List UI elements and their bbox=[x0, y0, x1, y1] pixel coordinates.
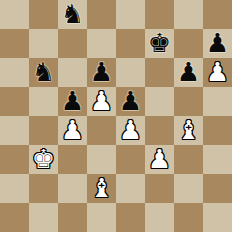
square-g5[interactable] bbox=[174, 87, 203, 116]
square-b8[interactable] bbox=[29, 0, 58, 29]
square-e3[interactable] bbox=[116, 145, 145, 174]
square-g7[interactable] bbox=[174, 29, 203, 58]
square-h5[interactable] bbox=[203, 87, 232, 116]
square-c2[interactable] bbox=[58, 174, 87, 203]
square-f1[interactable] bbox=[145, 203, 174, 232]
piece-white-bishop[interactable]: ♝ bbox=[90, 174, 113, 203]
square-d4[interactable] bbox=[87, 116, 116, 145]
square-h1[interactable] bbox=[203, 203, 232, 232]
square-f7[interactable]: ♚ bbox=[145, 29, 174, 58]
piece-white-pawn[interactable]: ♟ bbox=[119, 116, 142, 145]
square-h7[interactable]: ♟ bbox=[203, 29, 232, 58]
square-c5[interactable]: ♟ bbox=[58, 87, 87, 116]
square-e6[interactable] bbox=[116, 58, 145, 87]
square-b6[interactable]: ♞ bbox=[29, 58, 58, 87]
piece-black-king[interactable]: ♚ bbox=[148, 29, 171, 58]
square-a1[interactable] bbox=[0, 203, 29, 232]
square-g8[interactable] bbox=[174, 0, 203, 29]
square-c3[interactable] bbox=[58, 145, 87, 174]
square-f6[interactable] bbox=[145, 58, 174, 87]
square-h2[interactable] bbox=[203, 174, 232, 203]
square-c8[interactable]: ♞ bbox=[58, 0, 87, 29]
square-d6[interactable]: ♟ bbox=[87, 58, 116, 87]
piece-white-pawn[interactable]: ♟ bbox=[206, 58, 229, 87]
square-e4[interactable]: ♟ bbox=[116, 116, 145, 145]
square-b2[interactable] bbox=[29, 174, 58, 203]
square-d1[interactable] bbox=[87, 203, 116, 232]
piece-black-pawn[interactable]: ♟ bbox=[90, 58, 113, 87]
piece-white-pawn[interactable]: ♟ bbox=[90, 87, 113, 116]
chess-board: ♞♚♟♞♟♟♟♟♟♟♟♟♝♚♟♝ bbox=[0, 0, 232, 232]
square-a2[interactable] bbox=[0, 174, 29, 203]
square-b3[interactable]: ♚ bbox=[29, 145, 58, 174]
square-a4[interactable] bbox=[0, 116, 29, 145]
square-a7[interactable] bbox=[0, 29, 29, 58]
square-f5[interactable] bbox=[145, 87, 174, 116]
square-d5[interactable]: ♟ bbox=[87, 87, 116, 116]
square-a5[interactable] bbox=[0, 87, 29, 116]
piece-black-pawn[interactable]: ♟ bbox=[119, 87, 142, 116]
square-e8[interactable] bbox=[116, 0, 145, 29]
square-d8[interactable] bbox=[87, 0, 116, 29]
piece-white-king[interactable]: ♚ bbox=[32, 145, 55, 174]
square-h8[interactable] bbox=[203, 0, 232, 29]
square-b1[interactable] bbox=[29, 203, 58, 232]
square-e1[interactable] bbox=[116, 203, 145, 232]
square-e7[interactable] bbox=[116, 29, 145, 58]
square-g3[interactable] bbox=[174, 145, 203, 174]
square-g4[interactable]: ♝ bbox=[174, 116, 203, 145]
square-h6[interactable]: ♟ bbox=[203, 58, 232, 87]
square-e2[interactable] bbox=[116, 174, 145, 203]
square-f4[interactable] bbox=[145, 116, 174, 145]
piece-black-knight[interactable]: ♞ bbox=[61, 0, 84, 29]
square-b4[interactable] bbox=[29, 116, 58, 145]
square-e5[interactable]: ♟ bbox=[116, 87, 145, 116]
piece-white-pawn[interactable]: ♟ bbox=[148, 145, 171, 174]
piece-black-pawn[interactable]: ♟ bbox=[177, 58, 200, 87]
square-c4[interactable]: ♟ bbox=[58, 116, 87, 145]
square-g2[interactable] bbox=[174, 174, 203, 203]
square-h3[interactable] bbox=[203, 145, 232, 174]
square-a3[interactable] bbox=[0, 145, 29, 174]
square-c7[interactable] bbox=[58, 29, 87, 58]
piece-black-pawn[interactable]: ♟ bbox=[61, 87, 84, 116]
square-c6[interactable] bbox=[58, 58, 87, 87]
square-d3[interactable] bbox=[87, 145, 116, 174]
square-d7[interactable] bbox=[87, 29, 116, 58]
piece-white-bishop[interactable]: ♝ bbox=[177, 116, 200, 145]
square-d2[interactable]: ♝ bbox=[87, 174, 116, 203]
square-f8[interactable] bbox=[145, 0, 174, 29]
square-b7[interactable] bbox=[29, 29, 58, 58]
square-f3[interactable]: ♟ bbox=[145, 145, 174, 174]
piece-black-pawn[interactable]: ♟ bbox=[206, 29, 229, 58]
square-c1[interactable] bbox=[58, 203, 87, 232]
square-b5[interactable] bbox=[29, 87, 58, 116]
square-g6[interactable]: ♟ bbox=[174, 58, 203, 87]
square-a6[interactable] bbox=[0, 58, 29, 87]
piece-white-pawn[interactable]: ♟ bbox=[61, 116, 84, 145]
square-g1[interactable] bbox=[174, 203, 203, 232]
square-f2[interactable] bbox=[145, 174, 174, 203]
square-h4[interactable] bbox=[203, 116, 232, 145]
piece-black-knight[interactable]: ♞ bbox=[32, 58, 55, 87]
square-a8[interactable] bbox=[0, 0, 29, 29]
